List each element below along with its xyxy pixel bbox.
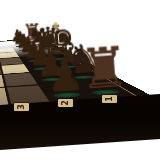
- black-pawn: ♟: [18, 34, 39, 55]
- piece-slot: ♟: [21, 56, 48, 64]
- piece-slot: ♟: [17, 51, 40, 57]
- board-grid: ♟♜♟♞♟♝♟♛♟♚♟♝♟♞♟♜: [0, 39, 143, 125]
- black-rook: ♜: [78, 41, 131, 95]
- rank-label-text: 2: [61, 100, 69, 106]
- chess-board: ♟♜♟♞♟♝♟♛♟♚♟♝♟♞♟♜: [0, 39, 147, 126]
- square: [0, 66, 1, 76]
- piece-slot: ♛: [36, 49, 61, 55]
- felt-base: [26, 59, 43, 62]
- square: [0, 75, 4, 89]
- black-bishop: ♝: [31, 26, 54, 50]
- felt-base: [22, 54, 37, 56]
- square: [0, 42, 10, 46]
- piece-slot: ♞: [27, 42, 47, 46]
- scene: ♟♜♟♞♟♝♟♛♟♚♟♝♟♞♟♜: [0, 0, 160, 160]
- black-pawn: ♟: [22, 38, 46, 62]
- black-pawn: ♟: [10, 28, 25, 44]
- black-pawn: ♟: [46, 57, 85, 97]
- square: [0, 108, 9, 111]
- square: [0, 57, 24, 65]
- square: [0, 48, 16, 53]
- felt-base: [49, 58, 67, 61]
- black-pawn: ♟: [28, 42, 55, 70]
- square: [0, 106, 9, 109]
- black-bishop: ♝: [51, 33, 85, 68]
- black-rook: ♜: [22, 22, 43, 43]
- piece-slot: ♟: [12, 43, 30, 47]
- felt-base: [15, 45, 27, 47]
- square: [0, 44, 13, 48]
- square: [3, 73, 37, 87]
- piece-slot: ♝: [50, 61, 86, 70]
- piece-slot: ♟: [10, 41, 26, 45]
- square: [1, 64, 29, 74]
- felt-base: [59, 65, 80, 68]
- black-king: ♚: [37, 20, 77, 61]
- piece-slot: ♚: [42, 54, 72, 61]
- piece-slot: ♞: [60, 69, 104, 82]
- square: [0, 52, 19, 58]
- piece-slot: ♟: [26, 62, 58, 72]
- black-pawn: ♟: [12, 30, 29, 47]
- felt-base: [28, 41, 39, 42]
- black-queen: ♛: [34, 23, 65, 54]
- background-fade: [0, 39, 151, 128]
- rank-label-text: 1: [105, 96, 113, 102]
- felt-base: [32, 67, 52, 70]
- felt-base: [42, 52, 58, 54]
- black-pawn: ♟: [15, 32, 34, 51]
- near-shade: [0, 39, 143, 125]
- piece-slot: ♟: [32, 71, 71, 84]
- felt-base: [40, 77, 64, 82]
- felt-base: [71, 75, 97, 79]
- piece-slot: ♜: [24, 40, 42, 44]
- rank-label: 3: [14, 103, 29, 111]
- piece-slot: ♟: [14, 47, 34, 52]
- square: [7, 85, 50, 104]
- felt-base: [18, 49, 31, 51]
- black-knight: ♞: [65, 40, 103, 79]
- felt-base: [32, 44, 44, 46]
- chess-set-photo: ♟♜♟♞♟♝♟♛♟♚♟♝♟♞♟♜ 321: [0, 0, 160, 160]
- black-pawn: ♟: [36, 48, 68, 81]
- rank-label-text: 3: [17, 104, 25, 110]
- rank-label: 2: [58, 99, 73, 107]
- felt-base: [13, 42, 24, 43]
- piece-slot: ♝: [31, 45, 53, 50]
- rank-label: 1: [102, 95, 117, 103]
- square: [0, 88, 8, 108]
- black-knight: ♞: [27, 26, 47, 46]
- king-cross-tip: [54, 22, 58, 29]
- felt-base: [36, 48, 50, 50]
- felt-base: [52, 92, 82, 98]
